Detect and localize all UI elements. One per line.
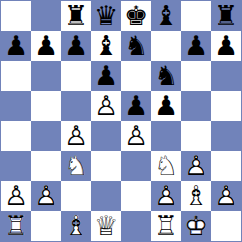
- square-e1[interactable]: [121, 211, 151, 241]
- white-queen[interactable]: ♛♕: [91, 211, 121, 241]
- square-h7[interactable]: ♟: [211, 31, 241, 61]
- square-d7[interactable]: ♝: [91, 31, 121, 61]
- square-g3[interactable]: ♟♙: [181, 151, 211, 181]
- square-c4[interactable]: ♟♙: [61, 121, 91, 151]
- black-knight[interactable]: ♞: [121, 31, 151, 61]
- square-g8[interactable]: [181, 1, 211, 31]
- black-pawn[interactable]: ♟: [31, 31, 61, 61]
- square-d8[interactable]: ♛: [91, 1, 121, 31]
- white-bishop[interactable]: ♝♗: [61, 211, 91, 241]
- square-h1[interactable]: [211, 211, 241, 241]
- square-g6[interactable]: [181, 61, 211, 91]
- square-e3[interactable]: [121, 151, 151, 181]
- square-d4[interactable]: [91, 121, 121, 151]
- square-d5[interactable]: ♟♙: [91, 91, 121, 121]
- square-e2[interactable]: [121, 181, 151, 211]
- square-h6[interactable]: [211, 61, 241, 91]
- square-h3[interactable]: [211, 151, 241, 181]
- square-h8[interactable]: ♜: [211, 1, 241, 31]
- square-c7[interactable]: ♟: [61, 31, 91, 61]
- square-b8[interactable]: [31, 1, 61, 31]
- square-g4[interactable]: [181, 121, 211, 151]
- square-c2[interactable]: [61, 181, 91, 211]
- black-pawn[interactable]: ♟: [1, 31, 31, 61]
- square-a3[interactable]: [1, 151, 31, 181]
- square-a8[interactable]: [1, 1, 31, 31]
- square-a7[interactable]: ♟: [1, 31, 31, 61]
- square-g1[interactable]: ♚♔: [181, 211, 211, 241]
- square-f8[interactable]: ♝: [151, 1, 181, 31]
- white-pawn[interactable]: ♟♙: [31, 181, 61, 211]
- square-e4[interactable]: ♟♙: [121, 121, 151, 151]
- square-h5[interactable]: [211, 91, 241, 121]
- black-knight[interactable]: ♞: [151, 61, 181, 91]
- square-f1[interactable]: ♜♖: [151, 211, 181, 241]
- black-pawn[interactable]: ♟: [211, 31, 241, 61]
- white-bishop[interactable]: ♝♗: [181, 181, 211, 211]
- square-c6[interactable]: [61, 61, 91, 91]
- square-e7[interactable]: ♞: [121, 31, 151, 61]
- square-a2[interactable]: ♟♙: [1, 181, 31, 211]
- square-b2[interactable]: ♟♙: [31, 181, 61, 211]
- square-g2[interactable]: ♝♗: [181, 181, 211, 211]
- white-knight[interactable]: ♞♘: [61, 151, 91, 181]
- white-pawn[interactable]: ♟♙: [211, 181, 241, 211]
- square-g5[interactable]: [181, 91, 211, 121]
- square-b6[interactable]: [31, 61, 61, 91]
- square-a1[interactable]: ♜♖: [1, 211, 31, 241]
- square-e6[interactable]: [121, 61, 151, 91]
- square-h2[interactable]: ♟♙: [211, 181, 241, 211]
- black-king[interactable]: ♚: [121, 1, 151, 31]
- black-bishop[interactable]: ♝: [151, 1, 181, 31]
- square-d2[interactable]: [91, 181, 121, 211]
- black-pawn[interactable]: ♟: [91, 61, 121, 91]
- white-rook[interactable]: ♜♖: [1, 211, 31, 241]
- black-bishop[interactable]: ♝: [91, 31, 121, 61]
- square-b5[interactable]: [31, 91, 61, 121]
- square-h4[interactable]: [211, 121, 241, 151]
- square-a5[interactable]: [1, 91, 31, 121]
- square-f4[interactable]: [151, 121, 181, 151]
- white-pawn[interactable]: ♟♙: [121, 121, 151, 151]
- black-pawn[interactable]: ♟: [121, 91, 151, 121]
- white-pawn[interactable]: ♟♙: [151, 181, 181, 211]
- black-rook[interactable]: ♜: [211, 1, 241, 31]
- square-c5[interactable]: [61, 91, 91, 121]
- white-pawn[interactable]: ♟♙: [91, 91, 121, 121]
- white-pawn[interactable]: ♟♙: [61, 121, 91, 151]
- square-b1[interactable]: [31, 211, 61, 241]
- square-b7[interactable]: ♟: [31, 31, 61, 61]
- square-c8[interactable]: ♜: [61, 1, 91, 31]
- chess-board: ♜♛♚♝♜♟♟♟♝♞♟♟♟♞♟♙♟♟♟♙♟♙♞♘♞♘♟♙♟♙♟♙♟♙♝♗♟♙♜♖…: [0, 0, 242, 242]
- black-pawn[interactable]: ♟: [181, 31, 211, 61]
- square-g7[interactable]: ♟: [181, 31, 211, 61]
- square-d3[interactable]: [91, 151, 121, 181]
- square-f3[interactable]: ♞♘: [151, 151, 181, 181]
- square-f2[interactable]: ♟♙: [151, 181, 181, 211]
- square-f5[interactable]: ♟: [151, 91, 181, 121]
- white-rook[interactable]: ♜♖: [151, 211, 181, 241]
- square-a6[interactable]: [1, 61, 31, 91]
- square-f6[interactable]: ♞: [151, 61, 181, 91]
- square-f7[interactable]: [151, 31, 181, 61]
- white-king[interactable]: ♚♔: [181, 211, 211, 241]
- black-pawn[interactable]: ♟: [61, 31, 91, 61]
- white-pawn[interactable]: ♟♙: [181, 151, 211, 181]
- white-pawn[interactable]: ♟♙: [1, 181, 31, 211]
- square-c1[interactable]: ♝♗: [61, 211, 91, 241]
- square-e8[interactable]: ♚: [121, 1, 151, 31]
- square-a4[interactable]: [1, 121, 31, 151]
- square-b3[interactable]: [31, 151, 61, 181]
- black-rook[interactable]: ♜: [61, 1, 91, 31]
- black-queen[interactable]: ♛: [91, 1, 121, 31]
- square-c3[interactable]: ♞♘: [61, 151, 91, 181]
- square-e5[interactable]: ♟: [121, 91, 151, 121]
- square-d1[interactable]: ♛♕: [91, 211, 121, 241]
- black-pawn[interactable]: ♟: [151, 91, 181, 121]
- board-grid: ♜♛♚♝♜♟♟♟♝♞♟♟♟♞♟♙♟♟♟♙♟♙♞♘♞♘♟♙♟♙♟♙♟♙♝♗♟♙♜♖…: [1, 1, 241, 241]
- square-d6[interactable]: ♟: [91, 61, 121, 91]
- white-knight[interactable]: ♞♘: [151, 151, 181, 181]
- square-b4[interactable]: [31, 121, 61, 151]
